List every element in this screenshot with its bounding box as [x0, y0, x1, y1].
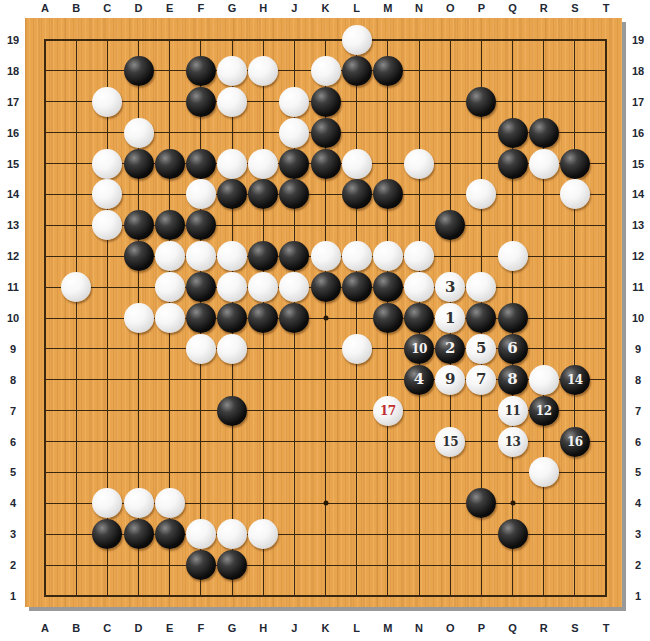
column-label-bottom: D [135, 622, 143, 634]
stone-white-E4[interactable] [155, 488, 185, 518]
star-point-Q4 [510, 501, 515, 506]
stone-black-E3[interactable] [155, 519, 185, 549]
stone-white-L15[interactable] [342, 149, 372, 179]
stone-white-D16[interactable] [124, 118, 154, 148]
stone-white-O11[interactable]: 3 [435, 272, 465, 302]
stone-white-L12[interactable] [342, 241, 372, 271]
stone-black-C3[interactable] [92, 519, 122, 549]
stone-white-D10[interactable] [124, 303, 154, 333]
stone-black-Q10[interactable] [498, 303, 528, 333]
stone-black-F17[interactable] [186, 87, 216, 117]
stone-white-G11[interactable] [217, 272, 247, 302]
row-label-left: 3 [10, 528, 16, 540]
row-label-left: 18 [7, 65, 19, 77]
move-number: 15 [442, 436, 458, 448]
move-number: 5 [476, 341, 486, 356]
stone-black-F10[interactable] [186, 303, 216, 333]
stone-white-O6[interactable]: 15 [435, 427, 465, 457]
row-label-left: 2 [10, 559, 16, 571]
stone-white-P8[interactable]: 7 [466, 365, 496, 395]
row-label-left: 15 [7, 158, 19, 170]
move-number: 1 [445, 311, 455, 326]
row-label-left: 16 [7, 127, 19, 139]
stone-white-M7[interactable]: 17 [373, 396, 403, 426]
stone-white-O10[interactable]: 1 [435, 303, 465, 333]
stone-black-J10[interactable] [279, 303, 309, 333]
move-number: 12 [536, 405, 552, 417]
stone-black-J15[interactable] [279, 149, 309, 179]
row-label-right: 8 [635, 374, 641, 386]
stone-white-G18[interactable] [217, 56, 247, 86]
stone-black-P17[interactable] [466, 87, 496, 117]
column-label-top: J [291, 2, 297, 14]
stone-black-Q15[interactable] [498, 149, 528, 179]
stone-white-L9[interactable] [342, 334, 372, 364]
stone-black-D15[interactable] [124, 149, 154, 179]
column-label-top: K [322, 2, 330, 14]
column-label-top: A [41, 2, 49, 14]
stone-white-S14[interactable] [560, 179, 590, 209]
stone-white-J17[interactable] [279, 87, 309, 117]
stone-black-Q9[interactable]: 6 [498, 334, 528, 364]
stone-black-E13[interactable] [155, 210, 185, 240]
column-label-top: O [446, 2, 455, 14]
column-label-bottom: F [197, 622, 204, 634]
column-label-bottom: J [291, 622, 297, 634]
column-label-top: C [103, 2, 111, 14]
row-label-right: 9 [635, 343, 641, 355]
move-number: 3 [445, 280, 455, 295]
stone-black-H10[interactable] [248, 303, 278, 333]
row-label-left: 14 [7, 188, 19, 200]
row-label-left: 11 [7, 281, 19, 293]
stone-white-E12[interactable] [155, 241, 185, 271]
stone-black-Q3[interactable] [498, 519, 528, 549]
stone-black-P4[interactable] [466, 488, 496, 518]
stone-black-D12[interactable] [124, 241, 154, 271]
stone-black-R7[interactable]: 12 [529, 396, 559, 426]
stone-black-G7[interactable] [217, 396, 247, 426]
column-label-bottom: M [383, 622, 392, 634]
column-label-bottom: A [41, 622, 49, 634]
stone-white-F3[interactable] [186, 519, 216, 549]
move-number: 9 [445, 372, 455, 387]
column-label-bottom: H [259, 622, 267, 634]
row-label-right: 14 [632, 188, 644, 200]
stone-white-J11[interactable] [279, 272, 309, 302]
stone-white-G12[interactable] [217, 241, 247, 271]
row-label-left: 1 [10, 590, 16, 602]
row-label-right: 10 [632, 312, 644, 324]
stone-black-F13[interactable] [186, 210, 216, 240]
stone-black-M11[interactable] [373, 272, 403, 302]
stone-black-F15[interactable] [186, 149, 216, 179]
stone-white-J16[interactable] [279, 118, 309, 148]
column-label-top: R [540, 2, 548, 14]
stone-black-F11[interactable] [186, 272, 216, 302]
column-label-bottom: S [571, 622, 578, 634]
row-label-right: 11 [632, 281, 644, 293]
column-label-bottom: K [322, 622, 330, 634]
stone-white-Q7[interactable]: 11 [498, 396, 528, 426]
row-label-right: 3 [635, 528, 641, 540]
stone-black-F18[interactable] [186, 56, 216, 86]
grid-line [44, 565, 607, 566]
stone-white-N11[interactable] [404, 272, 434, 302]
stone-black-O13[interactable] [435, 210, 465, 240]
row-label-right: 2 [635, 559, 641, 571]
column-label-bottom: C [103, 622, 111, 634]
stone-white-P11[interactable] [466, 272, 496, 302]
go-board[interactable]: 3110256497814171112151316 [25, 18, 622, 607]
stone-white-K12[interactable] [311, 241, 341, 271]
row-label-left: 9 [10, 343, 16, 355]
row-label-right: 13 [632, 219, 644, 231]
stone-black-E15[interactable] [155, 149, 185, 179]
stone-black-S8[interactable]: 14 [560, 365, 590, 395]
stone-white-Q6[interactable]: 13 [498, 427, 528, 457]
row-label-right: 1 [635, 590, 641, 602]
column-label-top: Q [508, 2, 517, 14]
column-label-top: N [415, 2, 423, 14]
stone-white-Q12[interactable] [498, 241, 528, 271]
stone-black-M14[interactable] [373, 179, 403, 209]
stone-black-H14[interactable] [248, 179, 278, 209]
column-label-bottom: R [540, 622, 548, 634]
column-label-bottom: B [72, 622, 80, 634]
go-game-screenshot: 3110256497814171112151316 AABBCCDDEEFFGG… [0, 0, 650, 641]
stone-black-F2[interactable] [186, 550, 216, 580]
column-label-bottom: Q [508, 622, 517, 634]
column-label-top: H [259, 2, 267, 14]
stone-black-H12[interactable] [248, 241, 278, 271]
stone-white-G9[interactable] [217, 334, 247, 364]
stone-white-C17[interactable] [92, 87, 122, 117]
move-number: 11 [505, 405, 521, 417]
column-label-bottom: E [166, 622, 173, 634]
row-label-right: 16 [632, 127, 644, 139]
stone-black-G2[interactable] [217, 550, 247, 580]
column-label-bottom: O [446, 622, 455, 634]
row-label-left: 19 [7, 34, 19, 46]
stone-white-L19[interactable] [342, 25, 372, 55]
stone-black-M10[interactable] [373, 303, 403, 333]
row-label-left: 8 [10, 374, 16, 386]
move-number: 17 [380, 405, 396, 417]
stone-white-N12[interactable] [404, 241, 434, 271]
stone-white-E11[interactable] [155, 272, 185, 302]
stone-black-Q8[interactable]: 8 [498, 365, 528, 395]
stone-white-H3[interactable] [248, 519, 278, 549]
stone-white-K18[interactable] [311, 56, 341, 86]
row-label-left: 17 [7, 96, 19, 108]
stone-black-G14[interactable] [217, 179, 247, 209]
stone-white-B11[interactable] [61, 272, 91, 302]
row-label-left: 13 [7, 219, 19, 231]
stone-black-K17[interactable] [311, 87, 341, 117]
stone-white-H15[interactable] [248, 149, 278, 179]
stone-white-C14[interactable] [92, 179, 122, 209]
stone-black-J12[interactable] [279, 241, 309, 271]
stone-black-M18[interactable] [373, 56, 403, 86]
stone-black-G10[interactable] [217, 303, 247, 333]
stone-black-K11[interactable] [311, 272, 341, 302]
move-number: 14 [567, 374, 583, 386]
stone-black-N10[interactable] [404, 303, 434, 333]
stone-black-P10[interactable] [466, 303, 496, 333]
row-label-right: 17 [632, 96, 644, 108]
stone-black-D18[interactable] [124, 56, 154, 86]
stone-black-K16[interactable] [311, 118, 341, 148]
stone-white-M12[interactable] [373, 241, 403, 271]
stone-white-E10[interactable] [155, 303, 185, 333]
stone-white-O8[interactable]: 9 [435, 365, 465, 395]
stone-black-O9[interactable]: 2 [435, 334, 465, 364]
column-label-top: D [135, 2, 143, 14]
stone-white-H11[interactable] [248, 272, 278, 302]
row-label-right: 4 [635, 497, 641, 509]
stone-black-D13[interactable] [124, 210, 154, 240]
stone-black-K15[interactable] [311, 149, 341, 179]
stone-black-N8[interactable]: 4 [404, 365, 434, 395]
column-label-top: S [571, 2, 578, 14]
row-label-right: 19 [632, 34, 644, 46]
row-label-right: 12 [632, 250, 644, 262]
column-label-bottom: N [415, 622, 423, 634]
stone-white-P14[interactable] [466, 179, 496, 209]
row-label-right: 18 [632, 65, 644, 77]
row-label-right: 15 [632, 158, 644, 170]
grid-line [44, 472, 607, 473]
move-number: 8 [507, 372, 517, 387]
move-number: 4 [414, 372, 424, 387]
column-label-top: F [197, 2, 204, 14]
stone-black-S15[interactable] [560, 149, 590, 179]
row-label-left: 5 [10, 466, 16, 478]
grid-line [44, 39, 607, 41]
stone-black-L14[interactable] [342, 179, 372, 209]
stone-white-C13[interactable] [92, 210, 122, 240]
column-label-top: P [478, 2, 485, 14]
row-label-left: 4 [10, 497, 16, 509]
column-label-top: E [166, 2, 173, 14]
stone-white-P9[interactable]: 5 [466, 334, 496, 364]
stone-black-R16[interactable] [529, 118, 559, 148]
column-label-top: L [353, 2, 360, 14]
stone-white-D4[interactable] [124, 488, 154, 518]
column-label-top: B [72, 2, 80, 14]
stone-white-F9[interactable] [186, 334, 216, 364]
stone-black-L11[interactable] [342, 272, 372, 302]
move-number: 6 [507, 341, 517, 356]
column-label-top: M [383, 2, 392, 14]
stone-white-R15[interactable] [529, 149, 559, 179]
row-label-right: 5 [635, 466, 641, 478]
stone-black-Q16[interactable] [498, 118, 528, 148]
stone-white-F14[interactable] [186, 179, 216, 209]
row-label-left: 7 [10, 405, 16, 417]
stone-black-S6[interactable]: 16 [560, 427, 590, 457]
row-label-right: 7 [635, 405, 641, 417]
move-number: 2 [445, 341, 455, 356]
column-label-bottom: L [353, 622, 360, 634]
stone-white-F12[interactable] [186, 241, 216, 271]
grid-line [44, 194, 607, 195]
stone-white-C15[interactable] [92, 149, 122, 179]
stone-white-G15[interactable] [217, 149, 247, 179]
stone-white-R5[interactable] [529, 457, 559, 487]
move-number: 10 [411, 343, 427, 355]
column-label-bottom: G [228, 622, 237, 634]
row-label-left: 10 [7, 312, 19, 324]
stone-white-G3[interactable] [217, 519, 247, 549]
row-label-right: 6 [635, 436, 641, 448]
move-number: 16 [567, 436, 583, 448]
grid-line [44, 595, 607, 597]
column-label-bottom: T [603, 622, 610, 634]
stone-white-G17[interactable] [217, 87, 247, 117]
stone-white-C4[interactable] [92, 488, 122, 518]
stone-black-J14[interactable] [279, 179, 309, 209]
move-number: 13 [505, 436, 521, 448]
stone-white-N15[interactable] [404, 149, 434, 179]
star-point-K10 [323, 316, 328, 321]
move-number: 7 [476, 372, 486, 387]
row-label-left: 6 [10, 436, 16, 448]
column-label-top: G [228, 2, 237, 14]
stone-black-L18[interactable] [342, 56, 372, 86]
stone-white-H18[interactable] [248, 56, 278, 86]
stone-black-D3[interactable] [124, 519, 154, 549]
column-label-bottom: P [478, 622, 485, 634]
star-point-K4 [323, 501, 328, 506]
stone-black-N9[interactable]: 10 [404, 334, 434, 364]
row-label-left: 12 [7, 250, 19, 262]
stone-white-R8[interactable] [529, 365, 559, 395]
column-label-top: T [603, 2, 610, 14]
